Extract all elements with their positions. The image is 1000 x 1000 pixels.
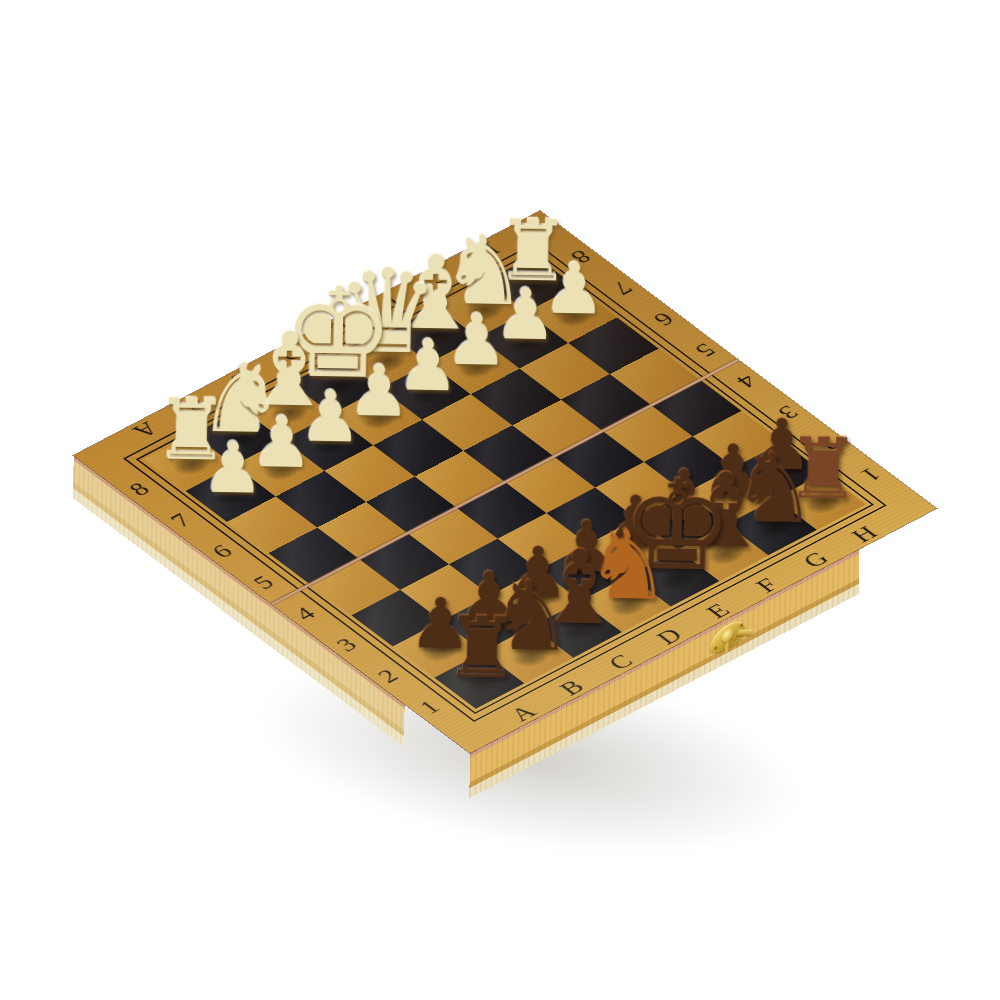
latch-pin xyxy=(725,641,730,654)
rank-label-text: 7 xyxy=(606,277,639,300)
pawn-glyph: ♟ xyxy=(201,432,265,503)
latch-knob xyxy=(722,626,734,645)
latch-hook xyxy=(736,629,753,635)
rank-label-text: 4 xyxy=(730,370,763,393)
rank-label-text: 6 xyxy=(647,308,680,331)
latch-screw-icon xyxy=(740,623,743,628)
photo-stage: ABCDEFGH8♜♞♝♚♛♝♞♜87♟♟♟♟♟♟♟♟7665544332♟♟♟… xyxy=(0,0,1000,1000)
latch-screw-icon xyxy=(714,646,717,651)
rank-label-text: 5 xyxy=(688,339,721,362)
rook-glyph: ♜ xyxy=(443,605,520,690)
square-f5 xyxy=(512,400,602,457)
